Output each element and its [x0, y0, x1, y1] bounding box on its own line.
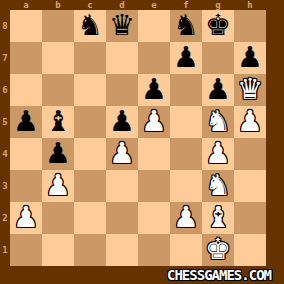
square-b2	[42, 202, 74, 234]
chess-diagram: a b c d e f g h 8 7 6 5 4 3 2 1 ♞♛♞♚♟♟♟♟…	[0, 0, 284, 284]
rank-label-3: 3	[0, 170, 10, 202]
square-b6	[42, 74, 74, 106]
white-pawn-h5: ♟	[237, 105, 263, 137]
white-pawn-f2: ♟	[173, 201, 199, 233]
square-g8: ♚	[202, 10, 234, 42]
square-c7	[74, 42, 106, 74]
black-pawn-d5: ♟	[109, 105, 135, 137]
black-pawn-e6: ♟	[141, 73, 167, 105]
square-b7	[42, 42, 74, 74]
square-d8: ♛	[106, 10, 138, 42]
white-bishop-g2: ♝	[205, 201, 231, 233]
square-h3	[234, 170, 266, 202]
white-pawn-e5: ♟	[141, 105, 167, 137]
square-a3	[10, 170, 42, 202]
square-b5: ♝	[42, 106, 74, 138]
square-c6	[74, 74, 106, 106]
square-h5: ♟	[234, 106, 266, 138]
square-d1	[106, 234, 138, 266]
square-a6	[10, 74, 42, 106]
square-h6: ♛	[234, 74, 266, 106]
square-g2: ♝	[202, 202, 234, 234]
square-f5	[170, 106, 202, 138]
square-e5: ♟	[138, 106, 170, 138]
black-king-g8: ♚	[205, 9, 231, 41]
rank-label-1: 1	[0, 234, 10, 266]
square-e2	[138, 202, 170, 234]
square-f3	[170, 170, 202, 202]
rank-label-4: 4	[0, 138, 10, 170]
rank-label-8: 8	[0, 10, 10, 42]
square-e3	[138, 170, 170, 202]
square-g1: ♚	[202, 234, 234, 266]
white-pawn-a2: ♟	[13, 201, 39, 233]
square-d2	[106, 202, 138, 234]
square-b4: ♟	[42, 138, 74, 170]
square-h1	[234, 234, 266, 266]
black-knight-f8: ♞	[173, 9, 199, 41]
square-g6: ♟	[202, 74, 234, 106]
file-label-b: b	[42, 0, 74, 10]
black-pawn-b4: ♟	[45, 137, 71, 169]
square-c5	[74, 106, 106, 138]
square-d5: ♟	[106, 106, 138, 138]
square-c2	[74, 202, 106, 234]
square-e6: ♟	[138, 74, 170, 106]
square-b3: ♟	[42, 170, 74, 202]
black-pawn-a5: ♟	[13, 105, 39, 137]
square-d4: ♟	[106, 138, 138, 170]
square-f4	[170, 138, 202, 170]
rank-label-7: 7	[0, 42, 10, 74]
square-c4	[74, 138, 106, 170]
white-pawn-g4: ♟	[205, 137, 231, 169]
white-king-g1: ♚	[205, 233, 231, 265]
rank-labels: 8 7 6 5 4 3 2 1	[0, 10, 10, 266]
square-a8	[10, 10, 42, 42]
square-h7: ♟	[234, 42, 266, 74]
rank-label-5: 5	[0, 106, 10, 138]
white-pawn-b3: ♟	[45, 169, 71, 201]
file-label-a: a	[10, 0, 42, 10]
square-a5: ♟	[10, 106, 42, 138]
square-e1	[138, 234, 170, 266]
square-a4	[10, 138, 42, 170]
square-f6	[170, 74, 202, 106]
square-c1	[74, 234, 106, 266]
square-a1	[10, 234, 42, 266]
square-f7: ♟	[170, 42, 202, 74]
square-d6	[106, 74, 138, 106]
black-knight-c8: ♞	[77, 9, 103, 41]
square-b8	[42, 10, 74, 42]
file-label-e: e	[138, 0, 170, 10]
chessboard: ♞♛♞♚♟♟♟♟♛♟♝♟♟♞♟♟♟♟♟♞♟♟♝♚	[10, 10, 266, 266]
square-g4: ♟	[202, 138, 234, 170]
square-f8: ♞	[170, 10, 202, 42]
square-g5: ♞	[202, 106, 234, 138]
square-a2: ♟	[10, 202, 42, 234]
square-g7	[202, 42, 234, 74]
square-d3	[106, 170, 138, 202]
square-e4	[138, 138, 170, 170]
square-h2	[234, 202, 266, 234]
white-queen-h6: ♛	[237, 73, 263, 105]
square-c8: ♞	[74, 10, 106, 42]
black-pawn-h7: ♟	[237, 41, 263, 73]
square-e7	[138, 42, 170, 74]
white-knight-g5: ♞	[205, 105, 231, 137]
square-g3: ♞	[202, 170, 234, 202]
white-pawn-d4: ♟	[109, 137, 135, 169]
square-b1	[42, 234, 74, 266]
square-e8	[138, 10, 170, 42]
black-pawn-f7: ♟	[173, 41, 199, 73]
black-bishop-b5: ♝	[45, 105, 71, 137]
square-d7	[106, 42, 138, 74]
rank-label-6: 6	[0, 74, 10, 106]
black-queen-d8: ♛	[109, 9, 135, 41]
square-h8	[234, 10, 266, 42]
white-knight-g3: ♞	[205, 169, 231, 201]
rank-label-2: 2	[0, 202, 10, 234]
square-f2: ♟	[170, 202, 202, 234]
square-f1	[170, 234, 202, 266]
black-pawn-g6: ♟	[205, 73, 231, 105]
file-label-h: h	[234, 0, 266, 10]
square-h4	[234, 138, 266, 170]
square-a7	[10, 42, 42, 74]
watermark: CHESSGAMES.COM	[167, 267, 271, 283]
square-c3	[74, 170, 106, 202]
